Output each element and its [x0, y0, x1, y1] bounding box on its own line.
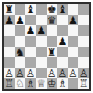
square-d3[interactable]	[36, 57, 47, 68]
square-e7[interactable]: ♛	[47, 15, 58, 26]
chess-board: ♜♝♚♝♟♟♛♟♟♟♟♞♜♙♙♙♙♙♙♙♖♘♗♕♔♗♖	[4, 4, 89, 89]
square-g7[interactable]: ♟	[68, 15, 79, 26]
square-g4[interactable]	[68, 47, 79, 58]
white-rook-icon: ♖	[79, 78, 88, 88]
square-b6[interactable]	[15, 25, 26, 36]
black-knight-icon: ♞	[15, 47, 24, 57]
square-b3[interactable]	[15, 57, 26, 68]
square-b5[interactable]	[15, 36, 26, 47]
square-e5[interactable]	[47, 36, 58, 47]
square-b7[interactable]: ♟	[15, 15, 26, 26]
black-pawn-icon: ♟	[68, 15, 77, 25]
white-pawn-icon: ♙	[15, 68, 24, 78]
white-queen-icon: ♕	[36, 78, 45, 88]
square-d8[interactable]	[36, 4, 47, 15]
square-h5[interactable]	[78, 36, 89, 47]
black-king-icon: ♚	[47, 4, 56, 14]
black-pawn-icon: ♟	[58, 36, 67, 46]
square-a1[interactable]: ♖	[4, 78, 15, 89]
square-a6[interactable]	[4, 25, 15, 36]
square-e8[interactable]: ♚	[47, 4, 58, 15]
square-g3[interactable]	[68, 57, 79, 68]
white-bishop-icon: ♗	[26, 78, 35, 88]
square-e4[interactable]: ♜	[47, 47, 58, 58]
square-c5[interactable]	[25, 36, 36, 47]
white-pawn-icon: ♙	[47, 68, 56, 78]
square-b1[interactable]: ♘	[15, 78, 26, 89]
white-pawn-icon: ♙	[68, 68, 77, 78]
white-pawn-icon: ♙	[5, 68, 14, 78]
black-bishop-icon: ♝	[58, 4, 67, 14]
square-f7[interactable]	[57, 15, 68, 26]
square-a3[interactable]	[4, 57, 15, 68]
square-h4[interactable]	[78, 47, 89, 58]
square-g5[interactable]	[68, 36, 79, 47]
square-g1[interactable]	[68, 78, 79, 89]
square-g2[interactable]: ♙	[68, 68, 79, 79]
square-c6[interactable]: ♟	[25, 25, 36, 36]
square-f6[interactable]	[57, 25, 68, 36]
square-h6[interactable]	[78, 25, 89, 36]
square-a8[interactable]: ♜	[4, 4, 15, 15]
square-b8[interactable]	[15, 4, 26, 15]
square-f8[interactable]: ♝	[57, 4, 68, 15]
white-pawn-icon: ♙	[79, 68, 88, 78]
chess-board-frame: ♜♝♚♝♟♟♛♟♟♟♟♞♜♙♙♙♙♙♙♙♖♘♗♕♔♗♖	[2, 2, 91, 91]
square-g8[interactable]	[68, 4, 79, 15]
square-h7[interactable]	[78, 15, 89, 26]
square-c3[interactable]	[25, 57, 36, 68]
square-c7[interactable]	[25, 15, 36, 26]
square-e2[interactable]: ♙	[47, 68, 58, 79]
square-c8[interactable]: ♝	[25, 4, 36, 15]
square-f5[interactable]: ♟	[57, 36, 68, 47]
white-rook-icon: ♖	[5, 78, 14, 88]
square-d5[interactable]	[36, 36, 47, 47]
square-h1[interactable]: ♖	[78, 78, 89, 89]
square-h2[interactable]: ♙	[78, 68, 89, 79]
square-d4[interactable]	[36, 47, 47, 58]
black-pawn-icon: ♟	[26, 25, 35, 35]
black-pawn-icon: ♟	[36, 25, 45, 35]
black-pawn-icon: ♟	[5, 15, 14, 25]
black-pawn-icon: ♟	[15, 15, 24, 25]
square-d2[interactable]	[36, 68, 47, 79]
square-f2[interactable]: ♙	[57, 68, 68, 79]
square-f1[interactable]: ♗	[57, 78, 68, 89]
square-c4[interactable]	[25, 47, 36, 58]
square-e6[interactable]	[47, 25, 58, 36]
square-d7[interactable]	[36, 15, 47, 26]
square-a4[interactable]	[4, 47, 15, 58]
white-pawn-icon: ♙	[26, 68, 35, 78]
square-g6[interactable]	[68, 25, 79, 36]
square-e1[interactable]: ♔	[47, 78, 58, 89]
square-h8[interactable]	[78, 4, 89, 15]
square-e3[interactable]	[47, 57, 58, 68]
square-f4[interactable]	[57, 47, 68, 58]
square-c2[interactable]: ♙	[25, 68, 36, 79]
white-bishop-icon: ♗	[58, 78, 67, 88]
square-b4[interactable]: ♞	[15, 47, 26, 58]
square-f3[interactable]	[57, 57, 68, 68]
black-queen-icon: ♛	[47, 15, 56, 25]
white-knight-icon: ♘	[15, 78, 24, 88]
square-a5[interactable]	[4, 36, 15, 47]
black-rook-icon: ♜	[5, 4, 14, 14]
black-rook-icon: ♜	[47, 47, 56, 57]
square-h3[interactable]	[78, 57, 89, 68]
white-king-icon: ♔	[47, 78, 56, 88]
square-d6[interactable]: ♟	[36, 25, 47, 36]
square-a2[interactable]: ♙	[4, 68, 15, 79]
square-d1[interactable]: ♕	[36, 78, 47, 89]
black-bishop-icon: ♝	[26, 4, 35, 14]
square-c1[interactable]: ♗	[25, 78, 36, 89]
white-pawn-icon: ♙	[58, 68, 67, 78]
square-a7[interactable]: ♟	[4, 15, 15, 26]
square-b2[interactable]: ♙	[15, 68, 26, 79]
